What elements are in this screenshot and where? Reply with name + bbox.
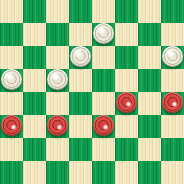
square-f7: [115, 23, 138, 46]
square-a4: [0, 92, 23, 115]
red-piece-h4[interactable]: [162, 92, 183, 113]
white-piece-a5[interactable]: [1, 69, 22, 90]
white-piece-d6[interactable]: [70, 46, 91, 67]
square-e2: [92, 138, 115, 161]
white-piece-h6[interactable]: [162, 46, 183, 67]
square-h7: [161, 23, 184, 46]
square-g8: [138, 0, 161, 23]
red-piece-e3[interactable]: [93, 115, 114, 136]
square-f1: [115, 161, 138, 184]
square-g1[interactable]: [138, 161, 161, 184]
square-c7[interactable]: [46, 23, 69, 46]
square-h5: [161, 69, 184, 92]
square-g5[interactable]: [138, 69, 161, 92]
square-d7: [69, 23, 92, 46]
square-g2: [138, 138, 161, 161]
square-b2[interactable]: [23, 138, 46, 161]
square-h8[interactable]: [161, 0, 184, 23]
square-c1[interactable]: [46, 161, 69, 184]
red-piece-a3[interactable]: [1, 115, 22, 136]
square-a2: [0, 138, 23, 161]
square-g7[interactable]: [138, 23, 161, 46]
square-b8[interactable]: [23, 0, 46, 23]
red-piece-c3[interactable]: [47, 115, 68, 136]
square-f8[interactable]: [115, 0, 138, 23]
square-d5: [69, 69, 92, 92]
square-h4[interactable]: [161, 92, 184, 115]
square-d4[interactable]: [69, 92, 92, 115]
square-e4: [92, 92, 115, 115]
square-a5[interactable]: [0, 69, 23, 92]
square-f5: [115, 69, 138, 92]
square-b1: [23, 161, 46, 184]
square-a6: [0, 46, 23, 69]
square-g6: [138, 46, 161, 69]
square-e6: [92, 46, 115, 69]
square-c5[interactable]: [46, 69, 69, 92]
square-c4: [46, 92, 69, 115]
square-d3: [69, 115, 92, 138]
square-e8: [92, 0, 115, 23]
square-h2[interactable]: [161, 138, 184, 161]
square-d2[interactable]: [69, 138, 92, 161]
white-piece-c5[interactable]: [47, 69, 68, 90]
square-f3: [115, 115, 138, 138]
red-piece-f4[interactable]: [116, 92, 137, 113]
square-f4[interactable]: [115, 92, 138, 115]
square-d1: [69, 161, 92, 184]
square-e7[interactable]: [92, 23, 115, 46]
square-c6: [46, 46, 69, 69]
square-h1: [161, 161, 184, 184]
square-f6[interactable]: [115, 46, 138, 69]
square-c2: [46, 138, 69, 161]
square-a8: [0, 0, 23, 23]
square-c8: [46, 0, 69, 23]
square-a3[interactable]: [0, 115, 23, 138]
checkers-board: [0, 0, 184, 184]
square-b7: [23, 23, 46, 46]
square-c3[interactable]: [46, 115, 69, 138]
square-b4[interactable]: [23, 92, 46, 115]
square-d8[interactable]: [69, 0, 92, 23]
square-g3[interactable]: [138, 115, 161, 138]
square-e5[interactable]: [92, 69, 115, 92]
square-g4: [138, 92, 161, 115]
square-e3[interactable]: [92, 115, 115, 138]
square-b3: [23, 115, 46, 138]
square-e1[interactable]: [92, 161, 115, 184]
square-d6[interactable]: [69, 46, 92, 69]
square-h3: [161, 115, 184, 138]
white-piece-e7[interactable]: [93, 23, 114, 44]
square-f2[interactable]: [115, 138, 138, 161]
square-a7[interactable]: [0, 23, 23, 46]
square-a1[interactable]: [0, 161, 23, 184]
square-b5: [23, 69, 46, 92]
square-b6[interactable]: [23, 46, 46, 69]
square-h6[interactable]: [161, 46, 184, 69]
